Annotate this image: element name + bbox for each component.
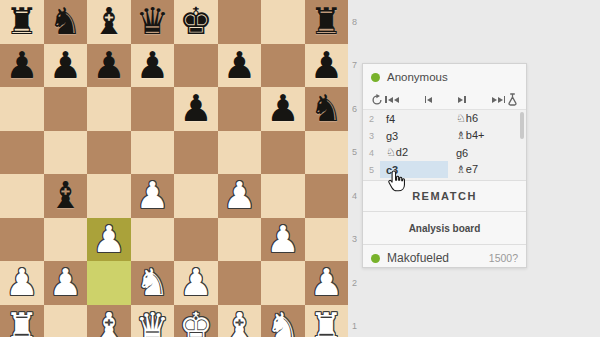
piece-black-pawn: ♟ — [87, 44, 131, 88]
piece-black-rook: ♜ — [305, 0, 349, 44]
square-e2[interactable]: ♟ — [174, 261, 218, 305]
chess-board: ♜♞♝♛♚♜♟♟♟♟♟♟♟♟♞♝♟♟♟♟♟♟♞♟♟♜♝♛♚♝♞♜ — [0, 0, 348, 337]
piece-white-queen: ♛ — [131, 305, 175, 337]
square-d7[interactable]: ♟ — [131, 44, 175, 88]
square-d8[interactable]: ♛ — [131, 0, 175, 44]
app-window: ♜♞♝♛♚♜♟♟♟♟♟♟♟♟♞♝♟♟♟♟♟♟♞♟♟♜♝♛♚♝♞♜ 8765432… — [0, 0, 600, 337]
piece-white-knight: ♞ — [131, 261, 175, 305]
square-h8[interactable]: ♜ — [305, 0, 349, 44]
square-d4[interactable]: ♟ — [131, 174, 175, 218]
piece-black-rook: ♜ — [0, 0, 44, 44]
move-white-2[interactable]: f4 — [380, 110, 448, 127]
square-h4[interactable] — [305, 174, 349, 218]
piece-white-knight: ♞ — [261, 305, 305, 337]
piece-black-king: ♚ — [174, 0, 218, 44]
piece-black-pawn: ♟ — [44, 44, 88, 88]
rank-label-5: 5 — [350, 131, 362, 175]
move-row-5: 5c3♗e7 — [363, 161, 526, 178]
square-f5[interactable] — [218, 131, 262, 175]
piece-white-pawn: ♟ — [0, 261, 44, 305]
piece-white-pawn: ♟ — [44, 261, 88, 305]
move-number: 4 — [363, 148, 380, 158]
square-b5[interactable] — [44, 131, 88, 175]
move-white-4[interactable]: ♘d2 — [380, 144, 448, 161]
piece-white-rook: ♜ — [305, 305, 349, 337]
square-e8[interactable]: ♚ — [174, 0, 218, 44]
move-black-6[interactable]: d5 — [448, 178, 526, 180]
square-h1[interactable]: ♜ — [305, 305, 349, 337]
square-h5[interactable] — [305, 131, 349, 175]
square-b6[interactable] — [44, 87, 88, 131]
square-h3[interactable] — [305, 218, 349, 262]
square-b1[interactable] — [44, 305, 88, 337]
square-g7[interactable] — [261, 44, 305, 88]
move-number: 3 — [363, 131, 380, 141]
piece-white-rook: ♜ — [0, 305, 44, 337]
rank-label-6: 6 — [350, 87, 362, 131]
square-c2[interactable] — [87, 261, 131, 305]
bottom-player-rating: 1500? — [489, 252, 518, 264]
piece-black-bishop: ♝ — [87, 0, 131, 44]
square-c7[interactable]: ♟ — [87, 44, 131, 88]
square-f6[interactable] — [218, 87, 262, 131]
piece-white-pawn: ♟ — [218, 174, 262, 218]
move-row-4: 4♘d2g6 — [363, 144, 526, 161]
piece-white-bishop: ♝ — [87, 305, 131, 337]
move-white-3[interactable]: g3 — [380, 127, 448, 144]
square-d2[interactable]: ♞ — [131, 261, 175, 305]
piece-black-bishop: ♝ — [44, 174, 88, 218]
square-g2[interactable] — [261, 261, 305, 305]
piece-white-bishop: ♝ — [218, 305, 262, 337]
move-row-2: 2f4♘h6 — [363, 110, 526, 127]
piece-black-pawn: ♟ — [131, 44, 175, 88]
piece-black-pawn: ♟ — [174, 87, 218, 131]
game-panel: Anonymous 2f4♘h63g3♗ — [362, 63, 527, 268]
square-c4[interactable] — [87, 174, 131, 218]
piece-black-knight: ♞ — [305, 87, 349, 131]
square-f2[interactable] — [218, 261, 262, 305]
move-row-3: 3g3♗b4+ — [363, 127, 526, 144]
piece-white-pawn: ♟ — [261, 218, 305, 262]
piece-white-king: ♚ — [174, 305, 218, 337]
move-black-5[interactable]: ♗e7 — [448, 161, 526, 178]
square-e1[interactable]: ♚ — [174, 305, 218, 337]
square-b7[interactable]: ♟ — [44, 44, 88, 88]
square-f1[interactable]: ♝ — [218, 305, 262, 337]
flask-icon[interactable] — [507, 93, 518, 106]
move-white-6[interactable] — [380, 178, 448, 180]
rematch-button[interactable]: REMATCH — [363, 180, 526, 211]
rank-label-1: 1 — [350, 305, 362, 337]
replay-controls — [363, 90, 526, 109]
piece-white-pawn: ♟ — [174, 261, 218, 305]
rank-label-8: 8 — [350, 0, 362, 44]
piece-white-pawn: ♟ — [87, 218, 131, 262]
square-a3[interactable] — [0, 218, 44, 262]
move-number: 2 — [363, 114, 380, 124]
square-h6[interactable]: ♞ — [305, 87, 349, 131]
piece-black-knight: ♞ — [44, 0, 88, 44]
square-g1[interactable]: ♞ — [261, 305, 305, 337]
online-status-icon — [371, 254, 380, 263]
rank-label-7: 7 — [350, 44, 362, 88]
square-g6[interactable]: ♟ — [261, 87, 305, 131]
square-g5[interactable] — [261, 131, 305, 175]
cycle-icon[interactable] — [371, 94, 383, 106]
piece-black-queen: ♛ — [131, 0, 175, 44]
piece-white-pawn: ♟ — [131, 174, 175, 218]
square-e4[interactable] — [174, 174, 218, 218]
square-a5[interactable] — [0, 131, 44, 175]
piece-black-pawn: ♟ — [218, 44, 262, 88]
move-black-4[interactable]: g6 — [448, 144, 526, 161]
rank-label-2: 2 — [350, 261, 362, 305]
move-number: 5 — [363, 165, 380, 175]
square-c5[interactable] — [87, 131, 131, 175]
square-e6[interactable]: ♟ — [174, 87, 218, 131]
square-d3[interactable] — [131, 218, 175, 262]
square-d5[interactable] — [131, 131, 175, 175]
square-b4[interactable]: ♝ — [44, 174, 88, 218]
square-g3[interactable]: ♟ — [261, 218, 305, 262]
square-h7[interactable]: ♟ — [305, 44, 349, 88]
square-b8[interactable]: ♞ — [44, 0, 88, 44]
square-c3[interactable]: ♟ — [87, 218, 131, 262]
skip-first-icon[interactable] — [385, 96, 399, 103]
square-f7[interactable]: ♟ — [218, 44, 262, 88]
square-f3[interactable] — [218, 218, 262, 262]
bottom-player-name: Makofueled — [387, 251, 449, 265]
rank-label-4: 4 — [350, 174, 362, 218]
square-d6[interactable] — [131, 87, 175, 131]
piece-black-pawn: ♟ — [0, 44, 44, 88]
square-a4[interactable] — [0, 174, 44, 218]
square-c6[interactable] — [87, 87, 131, 131]
square-f8[interactable] — [218, 0, 262, 44]
analysis-board-button[interactable]: Analysis board — [363, 211, 526, 244]
rank-label-3: 3 — [350, 218, 362, 262]
scrollbar-thumb[interactable] — [520, 112, 524, 139]
square-e5[interactable] — [174, 131, 218, 175]
move-black-3[interactable]: ♗b4+ — [448, 127, 526, 144]
step-forward-icon[interactable] — [458, 96, 466, 103]
square-c8[interactable]: ♝ — [87, 0, 131, 44]
square-b2[interactable]: ♟ — [44, 261, 88, 305]
square-g8[interactable] — [261, 0, 305, 44]
move-row-6: 6d5 — [363, 178, 526, 180]
move-white-5[interactable]: c3 — [380, 161, 448, 178]
rank-labels: 87654321 — [350, 0, 362, 337]
piece-black-pawn: ♟ — [305, 44, 349, 88]
piece-black-pawn: ♟ — [261, 87, 305, 131]
square-b3[interactable] — [44, 218, 88, 262]
square-d1[interactable]: ♛ — [131, 305, 175, 337]
move-black-2[interactable]: ♘h6 — [448, 110, 526, 127]
square-c1[interactable]: ♝ — [87, 305, 131, 337]
square-e7[interactable] — [174, 44, 218, 88]
square-f4[interactable]: ♟ — [218, 174, 262, 218]
top-player-row: Anonymous — [363, 64, 526, 90]
square-g4[interactable] — [261, 174, 305, 218]
square-a1[interactable]: ♜ — [0, 305, 44, 337]
move-list: 2f4♘h63g3♗b4+4♘d2g65c3♗e76d5 — [363, 109, 526, 180]
square-e3[interactable] — [174, 218, 218, 262]
square-a8[interactable]: ♜ — [0, 0, 44, 44]
online-status-icon — [371, 73, 380, 82]
piece-white-pawn: ♟ — [305, 261, 349, 305]
bottom-player-row: Makofueled 1500? — [363, 244, 526, 271]
square-a2[interactable]: ♟ — [0, 261, 44, 305]
top-player-name: Anonymous — [387, 71, 448, 83]
skip-last-icon[interactable] — [492, 96, 506, 103]
square-h2[interactable]: ♟ — [305, 261, 349, 305]
square-a7[interactable]: ♟ — [0, 44, 44, 88]
nav-group — [385, 96, 505, 103]
step-back-icon[interactable] — [425, 96, 433, 103]
square-a6[interactable] — [0, 87, 44, 131]
